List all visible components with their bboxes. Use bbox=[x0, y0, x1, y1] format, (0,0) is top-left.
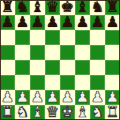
square-f4[interactable] bbox=[75, 60, 90, 75]
piece-black-pawn[interactable]: ♟ bbox=[91, 15, 104, 30]
square-g5[interactable] bbox=[90, 45, 105, 60]
piece-black-pawn[interactable]: ♟ bbox=[1, 15, 14, 30]
square-h1[interactable]: ♜ bbox=[105, 105, 120, 120]
square-c1[interactable]: ♝ bbox=[30, 105, 45, 120]
square-h4[interactable] bbox=[105, 60, 120, 75]
piece-black-pawn[interactable]: ♟ bbox=[61, 15, 74, 30]
square-d7[interactable]: ♟ bbox=[45, 15, 60, 30]
piece-black-pawn[interactable]: ♟ bbox=[76, 15, 89, 30]
square-f7[interactable]: ♟ bbox=[75, 15, 90, 30]
square-b5[interactable] bbox=[15, 45, 30, 60]
square-f6[interactable] bbox=[75, 30, 90, 45]
square-a5[interactable] bbox=[0, 45, 15, 60]
square-g4[interactable] bbox=[90, 60, 105, 75]
square-c7[interactable]: ♟ bbox=[30, 15, 45, 30]
square-h7[interactable]: ♟ bbox=[105, 15, 120, 30]
piece-black-pawn[interactable]: ♟ bbox=[16, 15, 29, 30]
square-e7[interactable]: ♟ bbox=[60, 15, 75, 30]
square-e1[interactable]: ♚ bbox=[60, 105, 75, 120]
piece-black-pawn[interactable]: ♟ bbox=[106, 15, 119, 30]
piece-black-pawn[interactable]: ♟ bbox=[46, 15, 59, 30]
square-a1[interactable]: ♜ bbox=[0, 105, 15, 120]
square-c6[interactable] bbox=[30, 30, 45, 45]
square-a7[interactable]: ♟ bbox=[0, 15, 15, 30]
square-c4[interactable] bbox=[30, 60, 45, 75]
square-d4[interactable] bbox=[45, 60, 60, 75]
square-g6[interactable] bbox=[90, 30, 105, 45]
square-e4[interactable] bbox=[60, 60, 75, 75]
piece-black-pawn[interactable]: ♟ bbox=[31, 15, 44, 30]
square-d6[interactable] bbox=[45, 30, 60, 45]
square-c5[interactable] bbox=[30, 45, 45, 60]
piece-white-queen[interactable]: ♛ bbox=[46, 105, 59, 120]
square-b6[interactable] bbox=[15, 30, 30, 45]
square-f1[interactable]: ♝ bbox=[75, 105, 90, 120]
square-f5[interactable] bbox=[75, 45, 90, 60]
piece-white-rook[interactable]: ♜ bbox=[1, 105, 14, 120]
square-a4[interactable] bbox=[0, 60, 15, 75]
square-d1[interactable]: ♛ bbox=[45, 105, 60, 120]
piece-white-king[interactable]: ♚ bbox=[61, 105, 74, 120]
piece-white-bishop[interactable]: ♝ bbox=[31, 105, 44, 120]
square-e5[interactable] bbox=[60, 45, 75, 60]
square-g1[interactable]: ♞ bbox=[90, 105, 105, 120]
piece-white-bishop[interactable]: ♝ bbox=[76, 105, 89, 120]
square-b1[interactable]: ♞ bbox=[15, 105, 30, 120]
square-e6[interactable] bbox=[60, 30, 75, 45]
square-a6[interactable] bbox=[0, 30, 15, 45]
square-d5[interactable] bbox=[45, 45, 60, 60]
piece-white-knight[interactable]: ♞ bbox=[91, 105, 104, 120]
chess-board: ♜♞♝♛♚♝♞♜♟♟♟♟♟♟♟♟♟♟♟♟♟♟♟♟♜♞♝♛♚♝♞♜ bbox=[0, 0, 120, 120]
piece-white-rook[interactable]: ♜ bbox=[106, 105, 119, 120]
piece-white-knight[interactable]: ♞ bbox=[16, 105, 29, 120]
square-b7[interactable]: ♟ bbox=[15, 15, 30, 30]
square-h6[interactable] bbox=[105, 30, 120, 45]
square-b4[interactable] bbox=[15, 60, 30, 75]
square-h5[interactable] bbox=[105, 45, 120, 60]
square-g7[interactable]: ♟ bbox=[90, 15, 105, 30]
